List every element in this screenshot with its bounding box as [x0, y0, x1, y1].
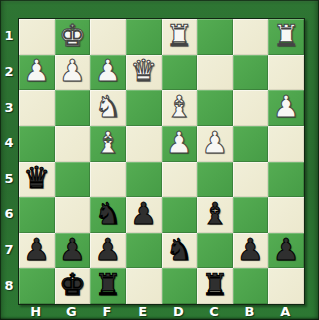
- black-pawn-e6[interactable]: ♟: [130, 199, 157, 229]
- white-pawn-a3[interactable]: ♟: [273, 92, 300, 122]
- square-b1[interactable]: [233, 19, 269, 55]
- square-b6[interactable]: [233, 197, 269, 233]
- square-d3[interactable]: ♝: [162, 90, 198, 126]
- black-pawn-a7[interactable]: ♟: [273, 235, 300, 265]
- square-h1[interactable]: [19, 19, 55, 55]
- square-g5[interactable]: [55, 162, 91, 198]
- white-queen-e2[interactable]: ♛: [130, 56, 157, 86]
- square-a6[interactable]: [268, 197, 304, 233]
- square-e7[interactable]: [126, 233, 162, 269]
- square-e8[interactable]: [126, 268, 162, 304]
- square-g3[interactable]: [55, 90, 91, 126]
- white-pawn-f2[interactable]: ♟: [95, 56, 122, 86]
- white-pawn-c4[interactable]: ♟: [201, 128, 228, 158]
- rank-label-6: 6: [0, 196, 18, 232]
- white-knight-f3[interactable]: ♞: [95, 92, 122, 122]
- square-a4[interactable]: [268, 126, 304, 162]
- black-rook-c8[interactable]: ♜: [201, 270, 228, 300]
- white-pawn-d4[interactable]: ♟: [166, 128, 193, 158]
- square-a1[interactable]: ♜: [268, 19, 304, 55]
- square-b3[interactable]: [233, 90, 269, 126]
- black-rook-f8[interactable]: ♜: [95, 270, 122, 300]
- square-h3[interactable]: [19, 90, 55, 126]
- black-king-g8[interactable]: ♚: [59, 270, 86, 300]
- square-g1[interactable]: ♚: [55, 19, 91, 55]
- square-h8[interactable]: [19, 268, 55, 304]
- white-king-g1[interactable]: ♚: [59, 21, 86, 51]
- square-b7[interactable]: ♟: [233, 233, 269, 269]
- rank-label-7: 7: [0, 232, 18, 268]
- square-b4[interactable]: [233, 126, 269, 162]
- file-label-d: D: [161, 302, 197, 320]
- square-h5[interactable]: ♛: [19, 162, 55, 198]
- square-a7[interactable]: ♟: [268, 233, 304, 269]
- square-f2[interactable]: ♟: [90, 55, 126, 91]
- square-f3[interactable]: ♞: [90, 90, 126, 126]
- square-d2[interactable]: [162, 55, 198, 91]
- file-label-b: B: [232, 302, 268, 320]
- file-label-f: F: [89, 302, 125, 320]
- square-h6[interactable]: [19, 197, 55, 233]
- chess-board[interactable]: ♚♜♜♟♟♟♛♞♝♟♝♟♟♛♞♟♝♟♟♟♞♟♟♚♜♜: [18, 18, 305, 305]
- square-c5[interactable]: [197, 162, 233, 198]
- rank-label-3: 3: [0, 89, 18, 125]
- file-label-c: C: [196, 302, 232, 320]
- rank-label-8: 8: [0, 267, 18, 303]
- square-h7[interactable]: ♟: [19, 233, 55, 269]
- square-d6[interactable]: [162, 197, 198, 233]
- square-f7[interactable]: ♟: [90, 233, 126, 269]
- black-pawn-f7[interactable]: ♟: [95, 235, 122, 265]
- square-d4[interactable]: ♟: [162, 126, 198, 162]
- square-d7[interactable]: ♞: [162, 233, 198, 269]
- square-c8[interactable]: ♜: [197, 268, 233, 304]
- white-rook-a1[interactable]: ♜: [273, 21, 300, 51]
- square-b5[interactable]: [233, 162, 269, 198]
- square-g4[interactable]: [55, 126, 91, 162]
- square-a3[interactable]: ♟: [268, 90, 304, 126]
- rank-label-2: 2: [0, 54, 18, 90]
- square-c2[interactable]: [197, 55, 233, 91]
- black-queen-h5[interactable]: ♛: [23, 163, 50, 193]
- rank-label-5: 5: [0, 161, 18, 197]
- square-g2[interactable]: ♟: [55, 55, 91, 91]
- square-f6[interactable]: ♞: [90, 197, 126, 233]
- black-pawn-b7[interactable]: ♟: [237, 235, 264, 265]
- square-g7[interactable]: ♟: [55, 233, 91, 269]
- white-pawn-g2[interactable]: ♟: [59, 56, 86, 86]
- square-e5[interactable]: [126, 162, 162, 198]
- black-bishop-c6[interactable]: ♝: [201, 199, 228, 229]
- rank-label-4: 4: [0, 125, 18, 161]
- square-d1[interactable]: ♜: [162, 19, 198, 55]
- square-c4[interactable]: ♟: [197, 126, 233, 162]
- square-c3[interactable]: [197, 90, 233, 126]
- white-rook-d1[interactable]: ♜: [166, 21, 193, 51]
- square-f5[interactable]: [90, 162, 126, 198]
- square-e6[interactable]: ♟: [126, 197, 162, 233]
- file-label-e: E: [125, 302, 161, 320]
- black-knight-d7[interactable]: ♞: [166, 235, 193, 265]
- white-bishop-f4[interactable]: ♝: [95, 128, 122, 158]
- square-f1[interactable]: [90, 19, 126, 55]
- file-label-g: G: [54, 302, 90, 320]
- square-a2[interactable]: [268, 55, 304, 91]
- white-bishop-d3[interactable]: ♝: [166, 92, 193, 122]
- chessboard-frame: 12345678 ♚♜♜♟♟♟♛♞♝♟♝♟♟♛♞♟♝♟♟♟♞♟♟♚♜♜ HGFE…: [0, 0, 319, 320]
- square-c6[interactable]: ♝: [197, 197, 233, 233]
- square-g8[interactable]: ♚: [55, 268, 91, 304]
- black-pawn-h7[interactable]: ♟: [23, 235, 50, 265]
- square-c1[interactable]: [197, 19, 233, 55]
- square-h2[interactable]: ♟: [19, 55, 55, 91]
- square-b8[interactable]: [233, 268, 269, 304]
- square-a5[interactable]: [268, 162, 304, 198]
- square-d5[interactable]: [162, 162, 198, 198]
- square-f4[interactable]: ♝: [90, 126, 126, 162]
- black-pawn-g7[interactable]: ♟: [59, 235, 86, 265]
- black-knight-f6[interactable]: ♞: [95, 199, 122, 229]
- rank-labels: 12345678: [0, 18, 18, 303]
- file-labels: HGFEDCBA: [18, 302, 303, 320]
- white-pawn-h2[interactable]: ♟: [23, 56, 50, 86]
- square-g6[interactable]: [55, 197, 91, 233]
- square-b2[interactable]: [233, 55, 269, 91]
- square-e3[interactable]: [126, 90, 162, 126]
- square-d8[interactable]: [162, 268, 198, 304]
- square-e4[interactable]: [126, 126, 162, 162]
- file-label-h: H: [18, 302, 54, 320]
- square-a8[interactable]: [268, 268, 304, 304]
- file-label-a: A: [267, 302, 303, 320]
- square-h4[interactable]: [19, 126, 55, 162]
- rank-label-1: 1: [0, 18, 18, 54]
- square-c7[interactable]: [197, 233, 233, 269]
- square-f8[interactable]: ♜: [90, 268, 126, 304]
- square-e1[interactable]: [126, 19, 162, 55]
- square-e2[interactable]: ♛: [126, 55, 162, 91]
